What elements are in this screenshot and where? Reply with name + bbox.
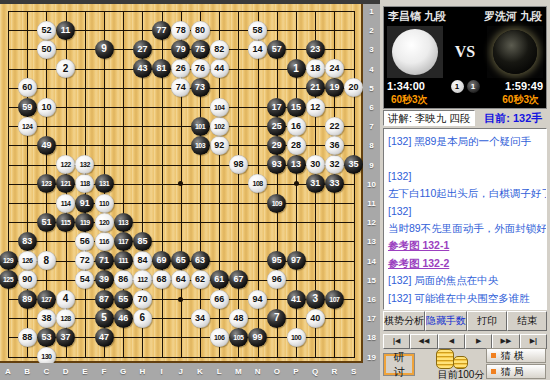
stone-111: 111	[114, 251, 133, 270]
stone-16: 16	[287, 117, 306, 136]
stone-92: 92	[210, 136, 229, 155]
black-player-name: 罗洗河 九段	[484, 9, 542, 24]
stone-20: 20	[344, 78, 363, 97]
stone-87: 87	[95, 290, 114, 309]
stone-131: 131	[95, 174, 114, 193]
stone-8: 8	[37, 251, 56, 270]
stone-102: 102	[210, 117, 229, 136]
stone-41: 41	[287, 290, 306, 309]
column-label-Q: Q	[310, 367, 320, 376]
fast-forward-button[interactable]: ▶▶	[492, 334, 519, 349]
row-label-9: 9	[363, 161, 380, 170]
stone-11: 11	[56, 21, 75, 40]
stone-55: 55	[114, 290, 133, 309]
stone-115: 115	[56, 213, 75, 232]
stone-70: 70	[133, 290, 152, 309]
stone-25: 25	[267, 117, 286, 136]
prev-move-button[interactable]: ◀	[438, 334, 465, 349]
row-label-17: 17	[363, 314, 380, 323]
row-label-19: 19	[363, 353, 380, 362]
black-clock: 1:59:49	[505, 80, 543, 92]
row-label-12: 12	[363, 218, 380, 227]
stone-85: 85	[133, 232, 152, 251]
guess-game-button[interactable]: 猜 局	[486, 364, 546, 379]
stone-48: 48	[229, 309, 248, 328]
stone-125: 125	[0, 270, 18, 289]
stone-15: 15	[287, 98, 306, 117]
side-panel: 李昌镐 九段 罗洗河 九段 VS 1:34:00 11 1:59:49	[380, 0, 550, 380]
star-point	[294, 181, 299, 186]
stone-114: 114	[56, 194, 75, 213]
stone-46: 46	[114, 309, 133, 328]
action-button-棋势分析[interactable]: 棋势分析	[383, 311, 425, 331]
row-label-3: 3	[363, 45, 380, 54]
column-label-S: S	[349, 367, 359, 376]
stone-110: 110	[95, 194, 114, 213]
stone-76: 76	[191, 59, 210, 78]
reference-diagram-link[interactable]: 参考图 132-2	[388, 255, 542, 272]
stone-13: 13	[287, 155, 306, 174]
column-label-E: E	[80, 367, 90, 376]
black-byoyomi: 60秒3次	[502, 93, 539, 106]
stone-120: 120	[95, 213, 114, 232]
column-label-N: N	[253, 367, 263, 376]
action-button-打印[interactable]: 打印	[467, 311, 507, 331]
current-move-counter: 目前: 132手	[484, 111, 542, 126]
stone-106: 106	[210, 328, 229, 347]
column-label-P: P	[291, 367, 301, 376]
row-label-6: 6	[363, 103, 380, 112]
first-move-button[interactable]: |◀	[383, 334, 410, 349]
stone-28: 28	[287, 136, 306, 155]
column-label-O: O	[272, 367, 282, 376]
stone-73: 73	[191, 78, 210, 97]
stone-7: 7	[267, 309, 286, 328]
stone-105: 105	[229, 328, 248, 347]
commentary-line: [132]	[388, 168, 542, 185]
stone-107: 107	[325, 290, 344, 309]
stone-97: 97	[287, 251, 306, 270]
stone-129: 129	[0, 251, 18, 270]
stone-21: 21	[306, 78, 325, 97]
column-coordinate-strip: ABCDEFGHIJKLMNOPQRS	[0, 363, 380, 380]
stone-86: 86	[114, 270, 133, 289]
row-label-10: 10	[363, 180, 380, 189]
stone-17: 17	[267, 98, 286, 117]
stone-126: 126	[18, 251, 37, 270]
stone-60: 60	[18, 78, 37, 97]
white-clock: 1:34:00	[387, 80, 425, 92]
coins-icon	[436, 349, 454, 369]
stone-66: 66	[210, 290, 229, 309]
stone-98: 98	[229, 155, 248, 174]
stone-94: 94	[248, 290, 267, 309]
white-player-name: 李昌镐 九段	[388, 9, 446, 24]
column-label-G: G	[118, 367, 128, 376]
stone-104: 104	[210, 98, 229, 117]
stone-4: 4	[56, 290, 75, 309]
commentary-line: [132] 黑89是本局的一个疑问手	[388, 133, 542, 150]
move-navigation-row: |◀◀◀◀▶▶▶▶|	[383, 334, 547, 349]
stone-101: 101	[191, 117, 210, 136]
white-byoyomi: 60秒3次	[391, 93, 428, 106]
black-player-avatar	[487, 26, 543, 78]
row-label-16: 16	[363, 295, 380, 304]
commentary-line: 当时89不先里面动手，外面封锁好	[388, 220, 542, 237]
vs-label: VS	[443, 43, 487, 61]
row-label-13: 13	[363, 237, 380, 246]
action-button-row: 棋势分析隐藏手数打印结束	[383, 311, 547, 331]
stone-40: 40	[306, 309, 325, 328]
stone-24: 24	[325, 59, 344, 78]
stone-90: 90	[18, 270, 37, 289]
stone-18: 18	[306, 59, 325, 78]
stone-49: 49	[37, 136, 56, 155]
orange-bullet-icon	[491, 353, 496, 358]
column-label-F: F	[99, 367, 109, 376]
row-label-11: 11	[363, 199, 380, 208]
stone-34: 34	[191, 309, 210, 328]
commentator-field: 讲解: 李映九 四段	[383, 110, 475, 126]
stone-109: 109	[267, 194, 286, 213]
stone-124: 124	[18, 117, 37, 136]
row-label-1: 1	[363, 7, 380, 16]
white-player-avatar	[387, 26, 443, 78]
last-move-button[interactable]: ▶|	[520, 334, 547, 349]
stone-12: 12	[306, 98, 325, 117]
column-label-J: J	[176, 367, 186, 376]
capture-counters: 11	[451, 79, 480, 93]
stone-3: 3	[306, 290, 325, 309]
stone-30: 30	[306, 155, 325, 174]
reference-diagram-link[interactable]: 参考图 132-1	[388, 237, 542, 254]
row-label-7: 7	[363, 122, 380, 131]
stone-38: 38	[37, 309, 56, 328]
orange-bullet-icon	[491, 369, 496, 374]
row-label-18: 18	[363, 333, 380, 342]
commentary-line	[388, 150, 542, 167]
stone-77: 77	[152, 21, 171, 40]
stone-22: 22	[325, 117, 344, 136]
action-button-结束[interactable]: 结束	[507, 311, 547, 331]
stone-71: 71	[95, 251, 114, 270]
row-label-14: 14	[363, 257, 380, 266]
black-stone-avatar-icon	[493, 30, 537, 74]
row-label-5: 5	[363, 84, 380, 93]
commentary-line: [132]	[388, 203, 542, 220]
stone-63: 63	[191, 251, 210, 270]
star-point	[178, 297, 183, 302]
commentary-line: [132] 局面的焦点在中央	[388, 272, 542, 289]
stone-47: 47	[95, 328, 114, 347]
next-move-button[interactable]: ▶	[465, 334, 492, 349]
column-label-C: C	[41, 367, 51, 376]
stone-9: 9	[95, 40, 114, 59]
points-label: 目前100分	[428, 368, 494, 380]
stone-103: 103	[191, 136, 210, 155]
stone-88: 88	[18, 328, 37, 347]
go-client-window: 1234567891011121314151617181920212223242…	[0, 0, 550, 380]
column-label-A: A	[3, 367, 13, 376]
row-label-2: 2	[363, 26, 380, 35]
column-label-H: H	[137, 367, 147, 376]
stone-32: 32	[325, 155, 344, 174]
column-label-L: L	[214, 367, 224, 376]
stone-27: 27	[133, 40, 152, 59]
stone-78: 78	[171, 21, 190, 40]
stone-1: 1	[287, 59, 306, 78]
stone-117: 117	[114, 232, 133, 251]
stone-10: 10	[37, 98, 56, 117]
stone-14: 14	[248, 40, 267, 59]
stone-100: 100	[287, 328, 306, 347]
stone-116: 116	[95, 232, 114, 251]
stone-62: 62	[191, 270, 210, 289]
stone-6: 6	[133, 309, 152, 328]
column-label-I: I	[157, 367, 167, 376]
commentary-line: 左下白110起出头后，白棋调子好了	[388, 185, 542, 202]
stone-83: 83	[18, 232, 37, 251]
stone-99: 99	[248, 328, 267, 347]
players-info-box: 李昌镐 九段 罗洗河 九段 VS 1:34:00 11 1:59:49	[383, 6, 547, 109]
stone-75: 75	[191, 40, 210, 59]
column-label-D: D	[61, 367, 71, 376]
stone-51: 51	[37, 213, 56, 232]
stone-89: 89	[18, 290, 37, 309]
stone-37: 37	[56, 328, 75, 347]
black-counter-stone-icon: 1	[467, 80, 480, 93]
stone-50: 50	[37, 40, 56, 59]
commentary-line: [132] 可能谁在中央围空多谁胜	[388, 290, 542, 307]
white-counter-stone-icon: 1	[451, 80, 464, 93]
column-label-M: M	[233, 367, 243, 376]
stone-36: 36	[325, 136, 344, 155]
discuss-button[interactable]: 研讨	[384, 354, 414, 375]
guess-move-button[interactable]: 猜 棋	[486, 348, 546, 363]
column-label-K: K	[195, 367, 205, 376]
row-label-8: 8	[363, 141, 380, 150]
stone-31: 31	[306, 174, 325, 193]
stone-23: 23	[306, 40, 325, 59]
stone-119: 119	[75, 213, 94, 232]
stone-80: 80	[191, 21, 210, 40]
stone-128: 128	[56, 309, 75, 328]
go-board[interactable]: 1234567891011121314151617181920212223242…	[0, 4, 363, 363]
row-label-4: 4	[363, 65, 380, 74]
stone-91: 91	[75, 194, 94, 213]
stone-113: 113	[114, 213, 133, 232]
action-button-隐藏手数[interactable]: 隐藏手数	[425, 311, 467, 331]
stone-59: 59	[18, 98, 37, 117]
stone-35: 35	[344, 155, 363, 174]
stone-58: 58	[248, 21, 267, 40]
stone-127: 127	[37, 290, 56, 309]
stone-43: 43	[133, 59, 152, 78]
stone-5: 5	[95, 309, 114, 328]
stone-53: 53	[37, 328, 56, 347]
row-label-15: 15	[363, 276, 380, 285]
stone-44: 44	[210, 59, 229, 78]
column-label-R: R	[329, 367, 339, 376]
commentary-log: [132] 黑89是本局的一个疑问手 [132]左下白110起出头后，白棋调子好…	[383, 128, 547, 310]
stone-61: 61	[210, 270, 229, 289]
row-coordinate-strip: 12345678910111213141516171819	[363, 4, 380, 363]
column-label-B: B	[22, 367, 32, 376]
stone-84: 84	[133, 251, 152, 270]
stone-52: 52	[37, 21, 56, 40]
fast-back-button[interactable]: ◀◀	[410, 334, 437, 349]
stone-82: 82	[210, 40, 229, 59]
stone-39: 39	[95, 270, 114, 289]
white-stone-avatar-icon	[392, 29, 438, 75]
